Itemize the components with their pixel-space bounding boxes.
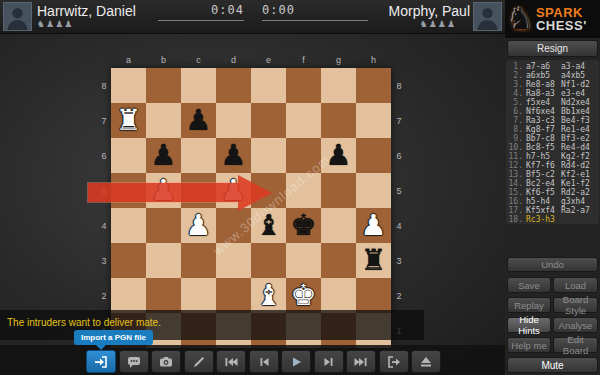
- white-move: Bc8-f5: [526, 143, 561, 152]
- export-button[interactable]: [379, 350, 409, 373]
- white-avatar: [3, 2, 32, 31]
- rank-label-4: 4: [394, 208, 404, 243]
- square-c8[interactable]: [181, 68, 216, 103]
- square-e4[interactable]: ♝: [251, 208, 286, 243]
- square-f2[interactable]: ♚: [286, 278, 321, 313]
- square-c3[interactable]: [181, 243, 216, 278]
- square-h6[interactable]: [356, 138, 391, 173]
- white-move: f5xe4: [526, 98, 561, 107]
- rank-label-3: 3: [99, 243, 109, 278]
- black-move: Kg2-f2: [561, 152, 596, 161]
- white-pawn: ♟: [361, 208, 387, 243]
- white-move: Rc3-h3: [526, 215, 561, 224]
- skip-to-end-button[interactable]: [346, 350, 376, 373]
- square-a4[interactable]: [111, 208, 146, 243]
- black-move: a3-a4: [561, 62, 596, 71]
- square-f5[interactable]: [286, 173, 321, 208]
- square-g2[interactable]: [321, 278, 356, 313]
- step-forward-icon: [321, 354, 337, 370]
- square-d7[interactable]: [216, 103, 251, 138]
- square-a3[interactable]: [111, 243, 146, 278]
- board-area: Harrwitz, Daniel ♞♟♟♟ 0:04 0:00 Morphy, …: [0, 0, 505, 375]
- square-f4[interactable]: ♚: [286, 208, 321, 243]
- logo-text: SPARK CHESS': [536, 6, 587, 32]
- white-move: Bb7-c8: [526, 134, 561, 143]
- rank-label-6: 6: [99, 138, 109, 173]
- square-h4[interactable]: ♟: [356, 208, 391, 243]
- move-row-15[interactable]: 15.Kf6-f5Rd2-a2: [506, 188, 599, 197]
- black-pawn: ♟: [186, 103, 212, 138]
- square-b3[interactable]: [146, 243, 181, 278]
- rank-label-3: 3: [394, 243, 404, 278]
- move-number: 6.: [506, 107, 523, 116]
- black-captured-pieces: ♞♟♟♟: [320, 19, 456, 29]
- hint-text: The intruders want to deliver mate.: [7, 317, 161, 328]
- black-king: ♚: [291, 208, 317, 243]
- file-label-f: f: [286, 53, 321, 66]
- side-panel: ♞ SPARK CHESS' Resign 1.a7-a6a3-a42.a6xb…: [505, 0, 600, 375]
- rank-label-7: 7: [394, 103, 404, 138]
- square-e3[interactable]: [251, 243, 286, 278]
- white-move: Kf7-f6: [526, 161, 561, 170]
- black-move: Bf3-e2: [561, 134, 596, 143]
- eject-icon: [418, 354, 434, 370]
- white-move: Bf5-c2: [526, 170, 561, 179]
- black-pawn: ♟: [221, 138, 247, 173]
- white-move: h7-h5: [526, 152, 561, 161]
- square-h7[interactable]: [356, 103, 391, 138]
- square-c4[interactable]: ♟: [181, 208, 216, 243]
- skip-to-start-button[interactable]: [216, 350, 246, 373]
- move-number: 4.: [506, 89, 523, 98]
- square-g5[interactable]: [321, 173, 356, 208]
- square-h8[interactable]: [356, 68, 391, 103]
- square-b2[interactable]: [146, 278, 181, 313]
- move-number: 17.: [506, 206, 523, 215]
- annotate-button[interactable]: [184, 350, 214, 373]
- rank-label-8: 8: [99, 68, 109, 103]
- move-row-5[interactable]: 5.f5xe4Nd2xe4: [506, 98, 599, 107]
- square-d8[interactable]: [216, 68, 251, 103]
- move-row-1[interactable]: 1.a7-a6a3-a4: [506, 62, 599, 71]
- file-label-b: b: [146, 53, 181, 66]
- white-pawn: ♟: [186, 208, 212, 243]
- move-arrow-band: [88, 183, 238, 202]
- play-icon: [288, 354, 304, 370]
- white-move: Ra3-c3: [526, 116, 561, 125]
- move-row-12[interactable]: 12.Kf7-f6Rd4-d2: [506, 161, 599, 170]
- black-move: Re4-d4: [561, 143, 596, 152]
- square-e7[interactable]: [251, 103, 286, 138]
- step-back-button[interactable]: [249, 350, 279, 373]
- rank-label-6: 6: [394, 138, 404, 173]
- black-move: Nf1-d2: [561, 80, 596, 89]
- black-move: Bb1xe4: [561, 107, 596, 116]
- mute-button[interactable]: Mute: [507, 357, 598, 373]
- edit-board-button[interactable]: Edit Board: [553, 337, 598, 353]
- move-number: 3.: [506, 80, 523, 89]
- move-number: 8.: [506, 125, 523, 134]
- black-avatar: [473, 2, 502, 31]
- move-number: 9.: [506, 134, 523, 143]
- save-button[interactable]: Save: [507, 277, 551, 293]
- move-arrow-head: [238, 175, 272, 211]
- square-a6[interactable]: [111, 138, 146, 173]
- black-move: g3xh4: [561, 197, 596, 206]
- move-row-8[interactable]: 8.Kg8-f7Re1-e4: [506, 125, 599, 134]
- move-row-10[interactable]: 10.Bc8-f5Re4-d4: [506, 143, 599, 152]
- sparkchess-logo: ♞ SPARK CHESS': [505, 0, 600, 38]
- square-b6[interactable]: ♟: [146, 138, 181, 173]
- white-clock: 0:04: [158, 3, 244, 21]
- square-c2[interactable]: [181, 278, 216, 313]
- white-captured-pieces: ♞♟♟♟: [37, 19, 73, 29]
- file-label-e: e: [251, 53, 286, 66]
- move-number: 2.: [506, 71, 523, 80]
- move-row-3[interactable]: 3.Re8-a8Nf1-d2: [506, 80, 599, 89]
- black-move: Rd4-d2: [561, 161, 596, 170]
- black-player-name: Morphy, Paul: [300, 3, 470, 19]
- undo-button[interactable]: Undo: [507, 257, 598, 272]
- import-pgn-tooltip: Import a PGN file: [74, 330, 153, 345]
- square-a8[interactable]: [111, 68, 146, 103]
- square-d6[interactable]: ♟: [216, 138, 251, 173]
- play-button[interactable]: [281, 350, 311, 373]
- square-c6[interactable]: [181, 138, 216, 173]
- square-a2[interactable]: [111, 278, 146, 313]
- move-number: 15.: [506, 188, 523, 197]
- square-e2[interactable]: ♝: [251, 278, 286, 313]
- rank-labels-right: 87654321: [394, 68, 404, 348]
- square-a7[interactable]: ♜: [111, 103, 146, 138]
- black-move: Ra2-a7: [561, 206, 596, 215]
- square-d2[interactable]: [216, 278, 251, 313]
- square-f8[interactable]: [286, 68, 321, 103]
- square-f7[interactable]: [286, 103, 321, 138]
- white-rook: ♜: [116, 103, 142, 138]
- move-row-6[interactable]: 6.Nf6xe4Bb1xe4: [506, 107, 599, 116]
- skip-to-start-icon: [223, 354, 239, 370]
- white-move: Ra8-a3: [526, 89, 561, 98]
- white-king: ♚: [291, 278, 317, 313]
- resign-button[interactable]: Resign: [507, 40, 598, 57]
- move-row-16[interactable]: 16.h5-h4g3xh4: [506, 197, 599, 206]
- black-move: e3-e4: [561, 89, 596, 98]
- move-number: 16.: [506, 197, 523, 206]
- move-number: 13.: [506, 170, 523, 179]
- black-move: Nd2xe4: [561, 98, 596, 107]
- square-h3[interactable]: ♜: [356, 243, 391, 278]
- square-b7[interactable]: [146, 103, 181, 138]
- white-move: Bc2-e4: [526, 179, 561, 188]
- square-f3[interactable]: [286, 243, 321, 278]
- move-number: 7.: [506, 116, 523, 125]
- import-pgn-button[interactable]: [86, 350, 116, 373]
- square-g4[interactable]: [321, 208, 356, 243]
- move-row-2[interactable]: 2.a6xb5a4xb5: [506, 71, 599, 80]
- black-move: Kf2-e1: [561, 170, 596, 179]
- white-bishop: ♝: [256, 278, 282, 313]
- file-label-g: g: [321, 53, 356, 66]
- move-row-4[interactable]: 4.Ra8-a3e3-e4: [506, 89, 599, 98]
- move-number: 11.: [506, 152, 523, 161]
- eject-button[interactable]: [411, 350, 441, 373]
- move-row-9[interactable]: 9.Bb7-c8Bf3-e2: [506, 134, 599, 143]
- file-label-a: a: [111, 53, 146, 66]
- square-b8[interactable]: [146, 68, 181, 103]
- skip-to-end-icon: [353, 354, 369, 370]
- rank-label-8: 8: [394, 68, 404, 103]
- move-number: 18.: [506, 215, 523, 224]
- square-h5[interactable]: [356, 173, 391, 208]
- black-pawn: ♟: [151, 138, 177, 173]
- black-move: a4xb5: [561, 71, 596, 80]
- rank-labels-left: 87654321: [99, 68, 109, 348]
- screenshot-button[interactable]: [151, 350, 181, 373]
- white-move: Kf5xf4: [526, 206, 561, 215]
- sparkchess-app: Harrwitz, Daniel ♞♟♟♟ 0:04 0:00 Morphy, …: [0, 0, 600, 375]
- square-e8[interactable]: [251, 68, 286, 103]
- move-number: 12.: [506, 161, 523, 170]
- board-style-button[interactable]: Board Style: [553, 297, 598, 313]
- move-number: 14.: [506, 179, 523, 188]
- square-h2[interactable]: [356, 278, 391, 313]
- white-move: h5-h4: [526, 197, 561, 206]
- file-label-h: h: [356, 53, 391, 66]
- square-f6[interactable]: [286, 138, 321, 173]
- move-number: 5.: [506, 98, 523, 107]
- black-move: Rd2-a2: [561, 188, 596, 197]
- logo-knight-icon: ♞: [507, 2, 534, 36]
- rank-label-7: 7: [99, 103, 109, 138]
- black-move: Re1-e4: [561, 125, 596, 134]
- black-move: [561, 215, 596, 224]
- rank-label-2: 2: [99, 278, 109, 313]
- square-d4[interactable]: [216, 208, 251, 243]
- rank-label-4: 4: [99, 208, 109, 243]
- rank-label-5: 5: [394, 173, 404, 208]
- square-d3[interactable]: [216, 243, 251, 278]
- move-row-13[interactable]: 13.Bf5-c2Kf2-e1: [506, 170, 599, 179]
- white-move: Re8-a8: [526, 80, 561, 89]
- white-player-name: Harrwitz, Daniel: [37, 3, 136, 19]
- player-bar: Harrwitz, Daniel ♞♟♟♟ 0:04 0:00 Morphy, …: [0, 0, 505, 34]
- move-number: 1.: [506, 62, 523, 71]
- logo-line2: CHESS': [536, 19, 587, 32]
- replay-button[interactable]: Replay: [507, 297, 551, 313]
- move-row-11[interactable]: 11.h7-h5Kg2-f2: [506, 152, 599, 161]
- square-b4[interactable]: [146, 208, 181, 243]
- square-e6[interactable]: [251, 138, 286, 173]
- black-move: Be4-f3: [561, 116, 596, 125]
- chat-button[interactable]: [119, 350, 149, 373]
- hide-hints-button[interactable]: Hide Hints: [507, 317, 551, 333]
- rank-label-2: 2: [394, 278, 404, 313]
- white-move: Kg8-f7: [526, 125, 561, 134]
- square-g8[interactable]: [321, 68, 356, 103]
- square-c7[interactable]: ♟: [181, 103, 216, 138]
- white-move: Kf6-f5: [526, 188, 561, 197]
- white-move: a6xb5: [526, 71, 561, 80]
- file-label-c: c: [181, 53, 216, 66]
- black-bishop: ♝: [256, 208, 282, 243]
- move-row-17[interactable]: 17.Kf5xf4Ra2-a7: [506, 206, 599, 215]
- white-move: a7-a6: [526, 62, 561, 71]
- camera-icon: [158, 354, 174, 370]
- help-me-button[interactable]: Help me: [507, 337, 551, 353]
- square-g6[interactable]: ♟: [321, 138, 356, 173]
- white-move: Nf6xe4: [526, 107, 561, 116]
- pencil-icon: [191, 354, 207, 370]
- chat-icon: [126, 354, 142, 370]
- square-g3[interactable]: [321, 243, 356, 278]
- black-move: Ke1-f2: [561, 179, 596, 188]
- move-row-14[interactable]: 14.Bc2-e4Ke1-f2: [506, 179, 599, 188]
- move-row-7[interactable]: 7.Ra3-c3Be4-f3: [506, 116, 599, 125]
- move-list: 1.a7-a6a3-a42.a6xb5a4xb53.Re8-a8Nf1-d24.…: [506, 60, 599, 224]
- file-label-d: d: [216, 53, 251, 66]
- step-forward-button[interactable]: [314, 350, 344, 373]
- file-labels: abcdefgh: [111, 53, 391, 66]
- step-back-icon: [256, 354, 272, 370]
- move-number: 10.: [506, 143, 523, 152]
- square-g7[interactable]: [321, 103, 356, 138]
- load-button[interactable]: Load: [553, 277, 598, 293]
- move-row-18[interactable]: 18.Rc3-h3: [506, 215, 599, 224]
- black-rook: ♜: [361, 243, 387, 278]
- hint-band: The intruders want to deliver mate.: [0, 310, 424, 340]
- analyse-button[interactable]: Analyse: [553, 317, 598, 333]
- import-pgn-icon: [93, 354, 109, 370]
- export-icon: [386, 354, 402, 370]
- black-pawn: ♟: [326, 138, 352, 173]
